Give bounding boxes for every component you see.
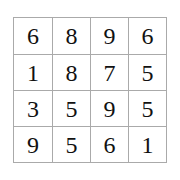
- grid-cell-r2c3: 7: [90, 54, 128, 90]
- grid-cell-r3c1: 3: [14, 90, 52, 126]
- grid-cell-r1c2: 8: [52, 18, 90, 54]
- grid-cell-r2c2: 8: [52, 54, 90, 90]
- grid-cell-r2c1: 1: [14, 54, 52, 90]
- grid-cell-r3c2: 5: [52, 90, 90, 126]
- grid-cell-r1c4: 6: [128, 18, 166, 54]
- grid-cell-r1c3: 9: [90, 18, 128, 54]
- grid-cell-r4c1: 9: [14, 126, 52, 162]
- grid-cell-r4c3: 6: [90, 126, 128, 162]
- grid-cell-r2c4: 5: [128, 54, 166, 90]
- grid-cell-r1c1: 6: [14, 18, 52, 54]
- grid-cell-r4c4: 1: [128, 126, 166, 162]
- grid-cell-r3c3: 9: [90, 90, 128, 126]
- grid-cell-r4c2: 5: [52, 126, 90, 162]
- grid-cell-r3c4: 5: [128, 90, 166, 126]
- number-grid-board: 6 8 9 6 1 8 7 5 3 5 9 5 9 5 6 1: [13, 17, 167, 163]
